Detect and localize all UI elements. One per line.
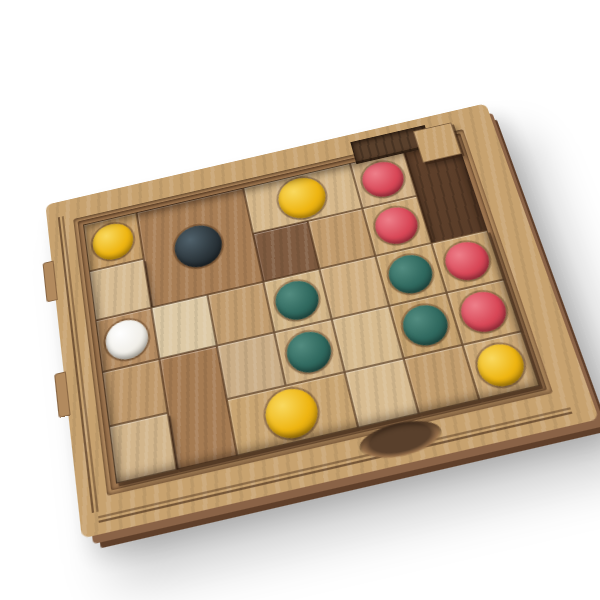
rim-step-outer <box>73 129 553 496</box>
red-dot <box>441 238 495 284</box>
yellow-dot <box>274 173 330 222</box>
green-dot <box>384 251 437 298</box>
yellow-dot <box>472 340 529 391</box>
green-dot <box>398 301 452 350</box>
black-dot <box>172 221 226 272</box>
piece-plain-11[interactable] <box>109 413 177 484</box>
yellow-dot <box>91 220 136 264</box>
red-dot <box>371 203 422 248</box>
red-dot <box>456 288 511 337</box>
white-dot <box>103 316 150 364</box>
green-dot <box>272 277 323 324</box>
red-dot <box>358 158 408 201</box>
green-dot <box>283 328 335 377</box>
yellow-dot <box>261 384 322 444</box>
